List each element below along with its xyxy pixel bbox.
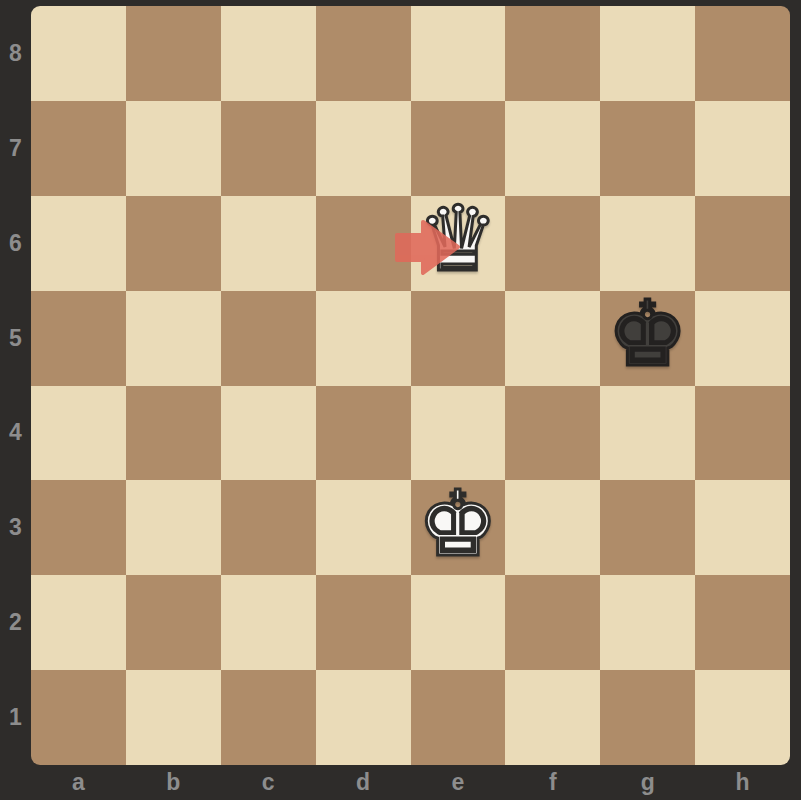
square-b5[interactable] bbox=[126, 291, 221, 386]
white-queen-glyph: ♛ bbox=[418, 194, 499, 284]
square-h2[interactable] bbox=[695, 575, 790, 670]
square-a1[interactable] bbox=[31, 670, 126, 765]
square-h4[interactable] bbox=[695, 386, 790, 481]
square-b3[interactable] bbox=[126, 480, 221, 575]
rank-label-5: 5 bbox=[0, 291, 31, 386]
square-d4[interactable] bbox=[316, 386, 411, 481]
rank-label-7: 7 bbox=[0, 101, 31, 196]
square-d5[interactable] bbox=[316, 291, 411, 386]
square-b7[interactable] bbox=[126, 101, 221, 196]
piece-white-queen-e6[interactable]: ♛ bbox=[411, 196, 506, 291]
square-d3[interactable] bbox=[316, 480, 411, 575]
file-label-c: c bbox=[221, 765, 316, 800]
square-d1[interactable] bbox=[316, 670, 411, 765]
black-king-glyph: ♚ bbox=[607, 289, 688, 379]
square-f1[interactable] bbox=[505, 670, 600, 765]
square-a8[interactable] bbox=[31, 6, 126, 101]
rank-label-6: 6 bbox=[0, 196, 31, 291]
square-f3[interactable] bbox=[505, 480, 600, 575]
square-b2[interactable] bbox=[126, 575, 221, 670]
file-label-d: d bbox=[316, 765, 411, 800]
square-d7[interactable] bbox=[316, 101, 411, 196]
square-c1[interactable] bbox=[221, 670, 316, 765]
square-h5[interactable] bbox=[695, 291, 790, 386]
file-label-f: f bbox=[505, 765, 600, 800]
rank-label-1: 1 bbox=[0, 670, 31, 765]
file-label-b: b bbox=[126, 765, 221, 800]
piece-black-king-g5[interactable]: ♚ bbox=[600, 291, 695, 386]
square-b4[interactable] bbox=[126, 386, 221, 481]
file-label-a: a bbox=[31, 765, 126, 800]
square-f2[interactable] bbox=[505, 575, 600, 670]
rank-label-8: 8 bbox=[0, 6, 31, 101]
square-c6[interactable] bbox=[221, 196, 316, 291]
square-a7[interactable] bbox=[31, 101, 126, 196]
square-d6[interactable] bbox=[316, 196, 411, 291]
square-e1[interactable] bbox=[411, 670, 506, 765]
square-h3[interactable] bbox=[695, 480, 790, 575]
square-d8[interactable] bbox=[316, 6, 411, 101]
square-g4[interactable] bbox=[600, 386, 695, 481]
square-b1[interactable] bbox=[126, 670, 221, 765]
square-b6[interactable] bbox=[126, 196, 221, 291]
square-h8[interactable] bbox=[695, 6, 790, 101]
square-a6[interactable] bbox=[31, 196, 126, 291]
square-h1[interactable] bbox=[695, 670, 790, 765]
square-e2[interactable] bbox=[411, 575, 506, 670]
square-c3[interactable] bbox=[221, 480, 316, 575]
rank-label-2: 2 bbox=[0, 575, 31, 670]
square-e7[interactable] bbox=[411, 101, 506, 196]
white-king-glyph: ♚ bbox=[418, 479, 499, 569]
square-a2[interactable] bbox=[31, 575, 126, 670]
piece-white-king-e3[interactable]: ♚ bbox=[411, 480, 506, 575]
square-c5[interactable] bbox=[221, 291, 316, 386]
rank-label-4: 4 bbox=[0, 386, 31, 481]
square-g3[interactable] bbox=[600, 480, 695, 575]
square-c4[interactable] bbox=[221, 386, 316, 481]
square-h7[interactable] bbox=[695, 101, 790, 196]
square-f7[interactable] bbox=[505, 101, 600, 196]
square-e5[interactable] bbox=[411, 291, 506, 386]
square-f4[interactable] bbox=[505, 386, 600, 481]
file-label-h: h bbox=[695, 765, 790, 800]
square-d2[interactable] bbox=[316, 575, 411, 670]
square-e4[interactable] bbox=[411, 386, 506, 481]
square-c7[interactable] bbox=[221, 101, 316, 196]
rank-label-3: 3 bbox=[0, 480, 31, 575]
square-a5[interactable] bbox=[31, 291, 126, 386]
square-g8[interactable] bbox=[600, 6, 695, 101]
square-g6[interactable] bbox=[600, 196, 695, 291]
square-b8[interactable] bbox=[126, 6, 221, 101]
file-label-e: e bbox=[411, 765, 506, 800]
square-c2[interactable] bbox=[221, 575, 316, 670]
square-g7[interactable] bbox=[600, 101, 695, 196]
square-a3[interactable] bbox=[31, 480, 126, 575]
square-f5[interactable] bbox=[505, 291, 600, 386]
square-f8[interactable] bbox=[505, 6, 600, 101]
square-h6[interactable] bbox=[695, 196, 790, 291]
board: ♛♚♚ bbox=[31, 6, 790, 765]
square-c8[interactable] bbox=[221, 6, 316, 101]
chess-app: ♛♚♚ 87654321 abcdefgh bbox=[0, 0, 801, 800]
square-f6[interactable] bbox=[505, 196, 600, 291]
file-label-g: g bbox=[600, 765, 695, 800]
square-g2[interactable] bbox=[600, 575, 695, 670]
square-a4[interactable] bbox=[31, 386, 126, 481]
square-e8[interactable] bbox=[411, 6, 506, 101]
square-g1[interactable] bbox=[600, 670, 695, 765]
